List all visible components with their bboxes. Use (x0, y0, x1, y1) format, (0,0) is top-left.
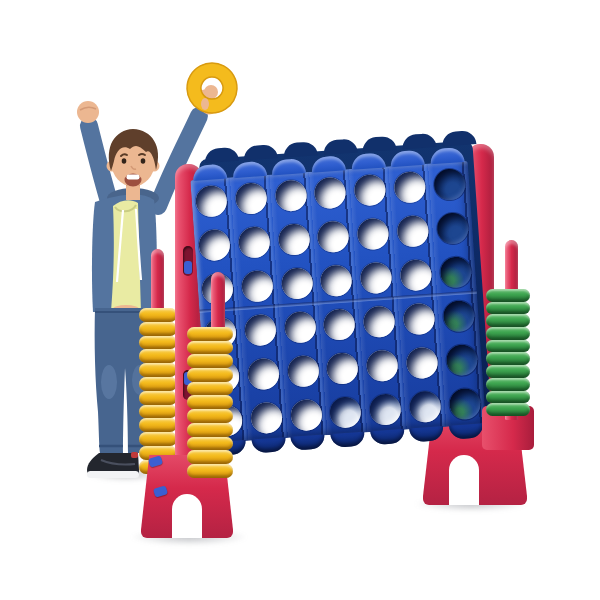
board-cell (428, 161, 471, 208)
board-cell (242, 350, 285, 397)
board-cell (276, 260, 319, 307)
game-ring (486, 391, 530, 404)
board-cell (273, 216, 316, 263)
board-cell (388, 164, 431, 211)
board-cell (437, 292, 480, 339)
game-ring (187, 341, 233, 355)
board-hole (323, 308, 356, 341)
board-cell (193, 221, 236, 268)
product-photo (0, 0, 600, 600)
scallop-bump (441, 130, 476, 146)
board-cell (245, 394, 288, 441)
game-ring (486, 302, 530, 315)
game-ring (486, 403, 530, 416)
board-cell (349, 166, 392, 213)
board-hole (317, 220, 350, 253)
foot-arch (449, 455, 479, 505)
board-hole (284, 310, 317, 343)
game-ring (187, 409, 233, 423)
board-hole (363, 305, 396, 338)
board-cell (233, 219, 276, 266)
board-hole (357, 217, 390, 250)
board-hole (287, 354, 320, 387)
board-cell (190, 177, 233, 224)
game-ring (139, 405, 177, 419)
board-cell (358, 298, 401, 345)
board-cell (440, 336, 483, 383)
board-hole (436, 211, 469, 244)
board-hole (250, 401, 283, 434)
game-ring (187, 327, 233, 341)
board-hole (442, 299, 475, 332)
board-cell (279, 304, 322, 351)
ring-stack-left-front-pole (187, 327, 233, 478)
board-hole (360, 261, 393, 294)
game-ring (187, 368, 233, 382)
board-hole (277, 223, 310, 256)
board-hole (369, 393, 402, 426)
scallop-bump (291, 434, 326, 450)
game-ring (486, 352, 530, 365)
child-left-fist (77, 101, 99, 123)
board-cell (270, 172, 313, 219)
board-cell (355, 254, 398, 301)
board-hole (247, 357, 280, 390)
board-hole (241, 269, 274, 302)
board-hole (396, 214, 429, 247)
board-hole (354, 173, 387, 206)
board-hole (448, 387, 481, 420)
game-ring (139, 391, 177, 405)
board-cell (318, 301, 361, 348)
scallop-bump (409, 426, 444, 442)
board-hole (290, 398, 323, 431)
board-hole (399, 258, 432, 291)
board-cell (443, 380, 486, 427)
board-cell (282, 347, 325, 394)
board-cell (321, 345, 364, 392)
board-cell (398, 295, 441, 342)
game-ring (139, 418, 177, 432)
board-hole (409, 390, 442, 423)
game-ring (486, 365, 530, 378)
scallop-bump (370, 429, 405, 445)
scallop-bump (402, 133, 437, 149)
game-ring (139, 377, 177, 391)
board-hole (405, 346, 438, 379)
latch-pin (184, 261, 192, 274)
board-hole (329, 395, 362, 428)
scallop-bump (362, 136, 397, 152)
board-hole (445, 343, 478, 376)
scallop-bump (322, 138, 357, 154)
board-hole (433, 168, 466, 201)
board-hole (366, 349, 399, 382)
board-cell (434, 249, 477, 296)
board-cell (312, 213, 355, 260)
board-hole (320, 264, 353, 297)
game-ring (187, 464, 233, 478)
foot-arch (172, 494, 202, 538)
scallop-bump (283, 141, 318, 157)
game-ring (139, 349, 177, 363)
board-hole (238, 225, 271, 258)
board-cell (236, 262, 279, 309)
board-cell (239, 306, 282, 353)
game-ring (139, 432, 177, 446)
game-ring (486, 340, 530, 353)
scallop-bump (330, 432, 365, 448)
game-ring (187, 354, 233, 368)
game-ring (187, 423, 233, 437)
game-ring (139, 308, 177, 322)
game-ring (187, 437, 233, 451)
board-hole (198, 228, 231, 261)
board-cell (285, 391, 328, 438)
scallop-bump (449, 423, 484, 439)
board-hole (314, 176, 347, 209)
board-cell (309, 169, 352, 216)
board-hole (244, 313, 277, 346)
board-cell (404, 383, 447, 430)
board-cell (401, 339, 444, 386)
board-hole (439, 255, 472, 288)
ring-stack-right-pole (486, 289, 530, 416)
game-ring (139, 322, 177, 336)
board-hole (393, 170, 426, 203)
board-cell (230, 175, 273, 222)
board-cell (391, 207, 434, 254)
board-cell (361, 342, 404, 389)
game-ring (139, 336, 177, 350)
board-hole (402, 302, 435, 335)
board-cell (324, 389, 367, 436)
board-cell (352, 210, 395, 257)
game-ring (187, 395, 233, 409)
game-ring (486, 327, 530, 340)
game-ring (139, 363, 177, 377)
ring-stack-left-back-pole (139, 308, 177, 474)
game-ring (486, 378, 530, 391)
scallop-bump (251, 437, 286, 453)
board-hole (235, 181, 268, 214)
board-hole (280, 266, 313, 299)
game-ring (486, 314, 530, 327)
board-front-panel (190, 161, 486, 444)
board-cell (364, 386, 407, 433)
board-hole (326, 351, 359, 384)
board-cell (394, 251, 437, 298)
board-hole (274, 179, 307, 212)
board-cell (315, 257, 358, 304)
game-ring (187, 450, 233, 464)
board-cell (431, 205, 474, 252)
game-ring (187, 382, 233, 396)
game-ring (486, 289, 530, 302)
scallop-bump (243, 144, 278, 160)
board-hole (195, 184, 228, 217)
post-slot (183, 246, 193, 276)
